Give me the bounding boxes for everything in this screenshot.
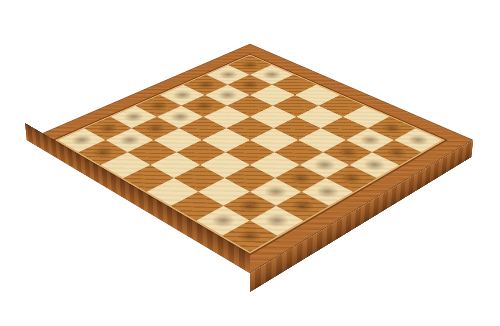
board-squares-grid: ♜♞♝♛♚♝♞♜♟♟♟♟♟♟♟♟♟♟♟♟♟♟♟♟♜♞♝♛♚♝♞♜ [58,56,443,252]
rook-glyph: ♜ [199,174,301,240]
product-photo-canvas: ♜♞♝♛♚♝♞♜♟♟♟♟♟♟♟♟♟♟♟♟♟♟♟♟♜♞♝♛♚♝♞♜ [0,0,500,326]
chess-board: ♜♞♝♛♚♝♞♜♟♟♟♟♟♟♟♟♟♟♟♟♟♟♟♟♜♞♝♛♚♝♞♜ [27,44,474,273]
chess-scene: ♜♞♝♛♚♝♞♜♟♟♟♟♟♟♟♟♟♟♟♟♟♟♟♟♜♞♝♛♚♝♞♜ [92,0,408,298]
